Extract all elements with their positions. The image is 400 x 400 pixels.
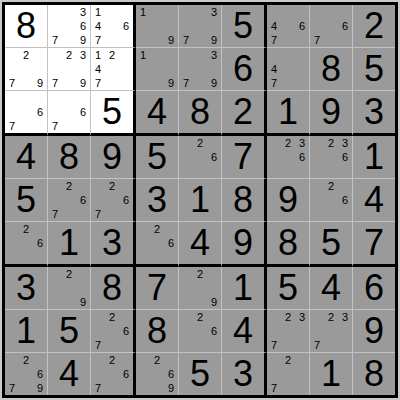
pencil-empty: [62, 119, 76, 133]
pencil-empty: [119, 48, 133, 62]
pencil-mark-2: 2: [62, 179, 76, 193]
cell-r2c5[interactable]: 379: [179, 48, 222, 91]
cell-r5c5[interactable]: 1: [179, 179, 222, 222]
cell-value: 8: [278, 222, 298, 264]
pencil-marks: 26: [136, 222, 178, 264]
cell-r4c1[interactable]: 4: [5, 136, 48, 179]
cell-r6c6[interactable]: 9: [222, 222, 267, 267]
cell-r8c7[interactable]: 237: [267, 310, 310, 353]
pencil-empty: [207, 164, 221, 178]
cell-r8c1[interactable]: 1: [5, 310, 48, 353]
pencil-empty: [48, 19, 62, 33]
sudoku-board: 8367914671937954676722792379124719379647…: [2, 2, 398, 398]
cell-r1c4[interactable]: 19: [136, 5, 179, 48]
pencil-marks: 67: [48, 91, 90, 133]
pencil-empty: [76, 119, 90, 133]
pencil-empty: [91, 310, 105, 324]
pencil-mark-6: 6: [295, 150, 309, 164]
pencil-empty: [150, 250, 164, 264]
cell-value: 4: [233, 310, 253, 352]
cell-r3c4[interactable]: 4: [136, 91, 179, 136]
cell-r2c3[interactable]: 1247: [91, 48, 136, 91]
cell-r2c6[interactable]: 6: [222, 48, 267, 91]
pencil-empty: [338, 207, 352, 221]
cell-r8c5[interactable]: 26: [179, 310, 222, 353]
pencil-empty: [179, 48, 193, 62]
cell-value: 4: [59, 353, 79, 395]
pencil-empty: [281, 76, 295, 90]
cell-r5c8[interactable]: 26: [310, 179, 353, 222]
pencil-empty: [338, 179, 352, 193]
pencil-marks: 27: [267, 353, 309, 395]
cell-r4c9[interactable]: 1: [353, 136, 395, 179]
cell-r5c4[interactable]: 3: [136, 179, 179, 222]
pencil-marks: 379: [179, 5, 221, 47]
pencil-mark-3: 3: [207, 5, 221, 19]
pencil-empty: [295, 353, 309, 367]
pencil-empty: [179, 150, 193, 164]
pencil-empty: [338, 164, 352, 178]
pencil-empty: [48, 105, 62, 119]
cell-value: 4: [16, 136, 36, 178]
cell-value: 8: [190, 91, 210, 133]
cell-r2c2[interactable]: 2379: [48, 48, 91, 91]
pencil-empty: [150, 76, 164, 90]
pencil-empty: [281, 164, 295, 178]
pencil-empty: [76, 281, 90, 295]
pencil-empty: [5, 105, 19, 119]
pencil-mark-2: 2: [324, 179, 338, 193]
pencil-mark-4: 4: [267, 19, 281, 33]
cell-r9c8[interactable]: 1: [310, 353, 353, 395]
pencil-empty: [136, 250, 150, 264]
pencil-mark-1: 1: [136, 48, 150, 62]
pencil-empty: [310, 5, 324, 19]
cell-r1c5[interactable]: 379: [179, 5, 222, 48]
cell-r3c5[interactable]: 8: [179, 91, 222, 136]
cell-r1c1[interactable]: 8: [5, 5, 48, 48]
pencil-empty: [150, 5, 164, 19]
pencil-empty: [193, 33, 207, 47]
cell-r7c1[interactable]: 3: [5, 267, 48, 310]
pencil-empty: [119, 310, 133, 324]
pencil-empty: [33, 222, 47, 236]
pencil-mark-1: 1: [91, 48, 105, 62]
pencil-empty: [310, 310, 324, 324]
pencil-mark-7: 7: [91, 33, 105, 47]
pencil-mark-2: 2: [19, 353, 33, 367]
pencil-mark-2: 2: [193, 136, 207, 150]
cell-r9c4[interactable]: 269: [136, 353, 179, 395]
pencil-marks: 2379: [48, 48, 90, 90]
pencil-empty: [119, 5, 133, 19]
cell-r2c8[interactable]: 8: [310, 48, 353, 91]
pencil-empty: [19, 119, 33, 133]
pencil-empty: [48, 281, 62, 295]
cell-r4c4[interactable]: 5: [136, 136, 179, 179]
pencil-empty: [119, 338, 133, 352]
pencil-mark-2: 2: [62, 48, 76, 62]
pencil-mark-6: 6: [338, 19, 352, 33]
cell-r5c1[interactable]: 5: [5, 179, 48, 222]
pencil-mark-2: 2: [105, 48, 119, 62]
pencil-marks: 267: [91, 310, 133, 352]
cell-r8c4[interactable]: 8: [136, 310, 179, 353]
cell-r3c3[interactable]: 5: [91, 91, 136, 136]
pencil-empty: [207, 281, 221, 295]
pencil-empty: [267, 310, 281, 324]
cell-r7c8[interactable]: 4: [310, 267, 353, 310]
cell-r6c5[interactable]: 4: [179, 222, 222, 267]
pencil-empty: [281, 324, 295, 338]
pencil-empty: [267, 150, 281, 164]
cell-r6c1[interactable]: 26: [5, 222, 48, 267]
pencil-empty: [136, 236, 150, 250]
pencil-empty: [295, 381, 309, 395]
pencil-mark-2: 2: [19, 222, 33, 236]
cell-r1c9[interactable]: 2: [353, 5, 395, 48]
pencil-mark-7: 7: [310, 33, 324, 47]
pencil-empty: [338, 324, 352, 338]
cell-value: 5: [16, 179, 36, 221]
pencil-empty: [5, 222, 19, 236]
pencil-empty: [5, 48, 19, 62]
pencil-empty: [164, 62, 178, 76]
pencil-mark-7: 7: [179, 33, 193, 47]
pencil-marks: 19: [136, 5, 178, 47]
pencil-empty: [105, 5, 119, 19]
cell-r5c9[interactable]: 4: [353, 179, 395, 222]
pencil-empty: [19, 105, 33, 119]
cell-r4c8[interactable]: 236: [310, 136, 353, 179]
cell-r6c4[interactable]: 26: [136, 222, 179, 267]
pencil-empty: [295, 62, 309, 76]
pencil-empty: [193, 281, 207, 295]
pencil-mark-9: 9: [76, 295, 90, 309]
cell-value: 9: [321, 91, 341, 133]
cell-r5c7[interactable]: 9: [267, 179, 310, 222]
pencil-empty: [119, 62, 133, 76]
pencil-marks: 19: [136, 48, 178, 90]
pencil-empty: [48, 267, 62, 281]
pencil-mark-7: 7: [267, 33, 281, 47]
pencil-empty: [136, 353, 150, 367]
pencil-mark-2: 2: [193, 267, 207, 281]
pencil-mark-2: 2: [150, 353, 164, 367]
cell-r3c7[interactable]: 1: [267, 91, 310, 136]
cell-r3c2[interactable]: 67: [48, 91, 91, 136]
cell-r5c3[interactable]: 267: [91, 179, 136, 222]
pencil-empty: [48, 91, 62, 105]
pencil-empty: [179, 62, 193, 76]
pencil-mark-6: 6: [119, 367, 133, 381]
pencil-marks: 26: [310, 179, 352, 221]
cell-value: 5: [233, 5, 253, 47]
cell-r8c8[interactable]: 237: [310, 310, 353, 353]
pencil-empty: [5, 236, 19, 250]
pencil-empty: [295, 367, 309, 381]
pencil-mark-2: 2: [281, 353, 295, 367]
pencil-mark-7: 7: [48, 207, 62, 221]
pencil-mark-7: 7: [91, 338, 105, 352]
pencil-mark-3: 3: [76, 5, 90, 19]
cell-r7c4[interactable]: 7: [136, 267, 179, 310]
cell-r3c8[interactable]: 9: [310, 91, 353, 136]
pencil-mark-2: 2: [324, 136, 338, 150]
pencil-marks: 3679: [48, 5, 90, 47]
pencil-empty: [62, 62, 76, 76]
pencil-empty: [281, 5, 295, 19]
pencil-empty: [179, 164, 193, 178]
pencil-empty: [62, 5, 76, 19]
cell-r9c3[interactable]: 267: [91, 353, 136, 395]
cell-r6c2[interactable]: 1: [48, 222, 91, 267]
pencil-empty: [295, 48, 309, 62]
cell-r6c9[interactable]: 7: [353, 222, 395, 267]
pencil-empty: [5, 250, 19, 264]
pencil-empty: [62, 193, 76, 207]
cell-r5c6[interactable]: 8: [222, 179, 267, 222]
pencil-empty: [5, 62, 19, 76]
pencil-empty: [19, 76, 33, 90]
cell-r4c7[interactable]: 236: [267, 136, 310, 179]
pencil-marks: 26: [5, 222, 47, 264]
cell-value: 8: [16, 5, 36, 47]
pencil-mark-7: 7: [48, 76, 62, 90]
pencil-empty: [105, 367, 119, 381]
cell-r4c3[interactable]: 9: [91, 136, 136, 179]
pencil-mark-2: 2: [105, 310, 119, 324]
pencil-mark-2: 2: [105, 353, 119, 367]
pencil-mark-4: 4: [91, 19, 105, 33]
pencil-empty: [19, 250, 33, 264]
cell-value: 3: [364, 91, 384, 133]
pencil-mark-7: 7: [91, 76, 105, 90]
pencil-mark-9: 9: [207, 76, 221, 90]
cell-value: 8: [59, 136, 79, 178]
cell-r9c5[interactable]: 5: [179, 353, 222, 395]
cell-value: 5: [102, 91, 122, 133]
pencil-mark-2: 2: [281, 310, 295, 324]
cell-r6c7[interactable]: 8: [267, 222, 310, 267]
pencil-empty: [76, 267, 90, 281]
pencil-marks: 29: [179, 267, 221, 309]
pencil-mark-7: 7: [179, 76, 193, 90]
pencil-empty: [164, 48, 178, 62]
cell-r1c3[interactable]: 1467: [91, 5, 136, 48]
cell-value: 3: [233, 353, 253, 395]
pencil-empty: [105, 33, 119, 47]
cell-r8c3[interactable]: 267: [91, 310, 136, 353]
cell-value: 5: [190, 353, 210, 395]
cell-r7c6[interactable]: 1: [222, 267, 267, 310]
cell-value: 1: [278, 91, 298, 133]
cell-r6c3[interactable]: 3: [91, 222, 136, 267]
cell-r7c7[interactable]: 5: [267, 267, 310, 310]
pencil-empty: [105, 207, 119, 221]
cell-r1c6[interactable]: 5: [222, 5, 267, 48]
cell-value: 4: [190, 222, 210, 264]
pencil-empty: [207, 136, 221, 150]
cell-r7c5[interactable]: 29: [179, 267, 222, 310]
pencil-empty: [310, 150, 324, 164]
cell-r9c9[interactable]: 8: [353, 353, 395, 395]
pencil-empty: [33, 353, 47, 367]
pencil-empty: [136, 367, 150, 381]
pencil-empty: [62, 19, 76, 33]
cell-r4c5[interactable]: 26: [179, 136, 222, 179]
pencil-marks: 467: [267, 5, 309, 47]
pencil-mark-9: 9: [164, 76, 178, 90]
cell-r9c2[interactable]: 4: [48, 353, 91, 395]
cell-value: 8: [233, 179, 253, 221]
pencil-mark-9: 9: [76, 76, 90, 90]
pencil-empty: [310, 193, 324, 207]
cell-value: 5: [321, 222, 341, 264]
cell-r4c2[interactable]: 8: [48, 136, 91, 179]
cell-r7c9[interactable]: 6: [353, 267, 395, 310]
cell-r8c2[interactable]: 5: [48, 310, 91, 353]
pencil-empty: [281, 150, 295, 164]
pencil-marks: 237: [267, 310, 309, 352]
pencil-empty: [338, 5, 352, 19]
cell-r8c6[interactable]: 4: [222, 310, 267, 353]
pencil-marks: 267: [91, 353, 133, 395]
pencil-empty: [193, 76, 207, 90]
pencil-empty: [281, 33, 295, 47]
cell-value: 8: [321, 48, 341, 90]
cell-r7c3[interactable]: 8: [91, 267, 136, 310]
pencil-empty: [91, 179, 105, 193]
pencil-empty: [62, 33, 76, 47]
cell-r2c1[interactable]: 279: [5, 48, 48, 91]
pencil-empty: [5, 367, 19, 381]
cell-value: 9: [364, 310, 384, 352]
cell-r1c2[interactable]: 3679: [48, 5, 91, 48]
cell-r2c7[interactable]: 47: [267, 48, 310, 91]
pencil-marks: 379: [179, 48, 221, 90]
pencil-mark-6: 6: [76, 193, 90, 207]
pencil-empty: [62, 76, 76, 90]
cell-value: 1: [321, 353, 341, 395]
cell-r3c6[interactable]: 2: [222, 91, 267, 136]
pencil-empty: [19, 381, 33, 395]
pencil-empty: [179, 295, 193, 309]
pencil-empty: [310, 136, 324, 150]
pencil-mark-6: 6: [164, 367, 178, 381]
cell-r9c7[interactable]: 27: [267, 353, 310, 395]
pencil-empty: [105, 62, 119, 76]
pencil-mark-9: 9: [207, 33, 221, 47]
pencil-marks: 26: [179, 310, 221, 352]
pencil-empty: [119, 76, 133, 90]
pencil-empty: [91, 353, 105, 367]
pencil-empty: [338, 338, 352, 352]
cell-value: 1: [190, 179, 210, 221]
pencil-marks: 267: [91, 179, 133, 221]
cell-r1c8[interactable]: 67: [310, 5, 353, 48]
pencil-empty: [91, 324, 105, 338]
pencil-empty: [62, 295, 76, 309]
pencil-empty: [324, 5, 338, 19]
cell-r5c2[interactable]: 267: [48, 179, 91, 222]
pencil-marks: 67: [5, 91, 47, 133]
cell-r1c7[interactable]: 467: [267, 5, 310, 48]
pencil-marks: 47: [267, 48, 309, 90]
pencil-empty: [33, 119, 47, 133]
cell-r2c9[interactable]: 5: [353, 48, 395, 91]
cell-value: 5: [147, 136, 167, 178]
pencil-empty: [193, 164, 207, 178]
cell-value: 5: [59, 310, 79, 352]
pencil-mark-7: 7: [267, 76, 281, 90]
pencil-empty: [150, 48, 164, 62]
cell-r8c9[interactable]: 9: [353, 310, 395, 353]
sudoku-app: 8367914671937954676722792379124719379647…: [0, 0, 400, 400]
pencil-mark-6: 6: [33, 236, 47, 250]
pencil-empty: [179, 136, 193, 150]
pencil-empty: [62, 207, 76, 221]
cell-r3c9[interactable]: 3: [353, 91, 395, 136]
cell-r6c8[interactable]: 5: [310, 222, 353, 267]
pencil-empty: [5, 91, 19, 105]
pencil-empty: [324, 19, 338, 33]
pencil-empty: [5, 353, 19, 367]
pencil-empty: [76, 62, 90, 76]
cell-value: 7: [364, 222, 384, 264]
cell-value: 4: [364, 179, 384, 221]
pencil-empty: [179, 338, 193, 352]
pencil-mark-6: 6: [164, 236, 178, 250]
pencil-mark-2: 2: [150, 222, 164, 236]
pencil-empty: [19, 367, 33, 381]
pencil-mark-7: 7: [48, 119, 62, 133]
cell-r3c1[interactable]: 67: [5, 91, 48, 136]
pencil-empty: [33, 250, 47, 264]
pencil-empty: [207, 310, 221, 324]
pencil-empty: [119, 207, 133, 221]
cell-r7c2[interactable]: 29: [48, 267, 91, 310]
cell-value: 9: [102, 136, 122, 178]
pencil-mark-3: 3: [295, 310, 309, 324]
cell-r2c4[interactable]: 19: [136, 48, 179, 91]
cell-r9c6[interactable]: 3: [222, 353, 267, 395]
pencil-mark-6: 6: [119, 193, 133, 207]
pencil-empty: [193, 19, 207, 33]
cell-r9c1[interactable]: 2679: [5, 353, 48, 395]
pencil-mark-6: 6: [338, 193, 352, 207]
pencil-mark-7: 7: [91, 381, 105, 395]
pencil-marks: 269: [136, 353, 178, 395]
cell-value: 5: [278, 267, 298, 309]
cell-value: 6: [233, 48, 253, 90]
pencil-empty: [48, 5, 62, 19]
pencil-mark-9: 9: [207, 295, 221, 309]
pencil-mark-2: 2: [324, 310, 338, 324]
pencil-mark-7: 7: [267, 381, 281, 395]
pencil-empty: [76, 91, 90, 105]
pencil-empty: [193, 5, 207, 19]
pencil-empty: [136, 76, 150, 90]
pencil-empty: [19, 91, 33, 105]
pencil-marks: 267: [48, 179, 90, 221]
pencil-empty: [193, 324, 207, 338]
pencil-mark-3: 3: [338, 310, 352, 324]
pencil-empty: [48, 48, 62, 62]
pencil-mark-2: 2: [105, 179, 119, 193]
cell-value: 4: [321, 267, 341, 309]
cell-r4c6[interactable]: 7: [222, 136, 267, 179]
